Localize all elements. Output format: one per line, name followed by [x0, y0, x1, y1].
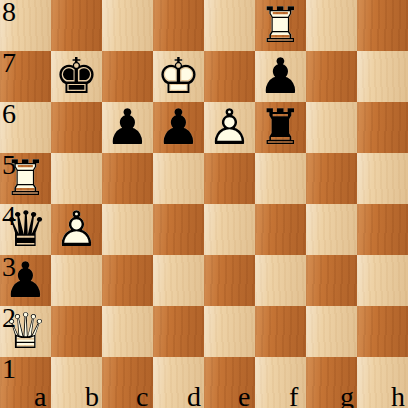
- white-rook-outline-glyph: ♖: [255, 0, 306, 51]
- square-f8[interactable]: ♜♖: [255, 0, 306, 51]
- piece-black-pawn[interactable]: ♟: [102, 102, 153, 153]
- square-e2[interactable]: [204, 306, 255, 357]
- square-d2[interactable]: [153, 306, 204, 357]
- square-a5[interactable]: ♜♖: [0, 153, 51, 204]
- square-c2[interactable]: [102, 306, 153, 357]
- square-h6[interactable]: [357, 102, 408, 153]
- square-d4[interactable]: [153, 204, 204, 255]
- square-g6[interactable]: [306, 102, 357, 153]
- piece-black-pawn[interactable]: ♟: [153, 102, 204, 153]
- piece-white-pawn[interactable]: ♟♙: [51, 204, 102, 255]
- square-a7[interactable]: [0, 51, 51, 102]
- square-c4[interactable]: [102, 204, 153, 255]
- square-b5[interactable]: [51, 153, 102, 204]
- piece-black-pawn[interactable]: ♟: [0, 255, 51, 306]
- piece-black-rook[interactable]: ♜: [255, 102, 306, 153]
- square-g1[interactable]: [306, 357, 357, 408]
- square-e3[interactable]: [204, 255, 255, 306]
- square-a8[interactable]: [0, 0, 51, 51]
- white-queen-outline-glyph: ♕: [0, 306, 51, 357]
- square-e8[interactable]: [204, 0, 255, 51]
- square-f1[interactable]: [255, 357, 306, 408]
- square-e1[interactable]: [204, 357, 255, 408]
- white-pawn-outline-glyph: ♙: [51, 204, 102, 255]
- square-a6[interactable]: [0, 102, 51, 153]
- square-g8[interactable]: [306, 0, 357, 51]
- square-b4[interactable]: ♟♙: [51, 204, 102, 255]
- square-c8[interactable]: [102, 0, 153, 51]
- square-b3[interactable]: [51, 255, 102, 306]
- white-king-outline-glyph: ♔: [153, 51, 204, 102]
- square-g5[interactable]: [306, 153, 357, 204]
- square-f2[interactable]: [255, 306, 306, 357]
- square-f4[interactable]: [255, 204, 306, 255]
- square-f5[interactable]: [255, 153, 306, 204]
- square-f6[interactable]: ♜: [255, 102, 306, 153]
- square-g2[interactable]: [306, 306, 357, 357]
- square-h8[interactable]: [357, 0, 408, 51]
- square-a2[interactable]: ♛♕: [0, 306, 51, 357]
- square-b1[interactable]: [51, 357, 102, 408]
- square-d7[interactable]: ♚♔: [153, 51, 204, 102]
- square-h2[interactable]: [357, 306, 408, 357]
- square-d8[interactable]: [153, 0, 204, 51]
- square-h5[interactable]: [357, 153, 408, 204]
- square-g3[interactable]: [306, 255, 357, 306]
- square-b7[interactable]: ♚: [51, 51, 102, 102]
- square-e4[interactable]: [204, 204, 255, 255]
- square-a1[interactable]: [0, 357, 51, 408]
- white-pawn-outline-glyph: ♙: [204, 102, 255, 153]
- square-d6[interactable]: ♟: [153, 102, 204, 153]
- square-d3[interactable]: [153, 255, 204, 306]
- square-h4[interactable]: [357, 204, 408, 255]
- square-b2[interactable]: [51, 306, 102, 357]
- square-e5[interactable]: [204, 153, 255, 204]
- square-e7[interactable]: [204, 51, 255, 102]
- white-rook-outline-glyph: ♖: [0, 153, 51, 204]
- chess-board: ♜♖♚♚♔♟♟♟♟♙♜♜♖♛♟♙♟♛♕ 87654321abcdefgh: [0, 0, 408, 408]
- square-c1[interactable]: [102, 357, 153, 408]
- piece-white-rook[interactable]: ♜♖: [255, 0, 306, 51]
- piece-black-queen[interactable]: ♛: [0, 204, 51, 255]
- square-g7[interactable]: [306, 51, 357, 102]
- piece-white-pawn[interactable]: ♟♙: [204, 102, 255, 153]
- square-d5[interactable]: [153, 153, 204, 204]
- piece-white-queen[interactable]: ♛♕: [0, 306, 51, 357]
- piece-black-king[interactable]: ♚: [51, 51, 102, 102]
- square-f7[interactable]: ♟: [255, 51, 306, 102]
- square-h3[interactable]: [357, 255, 408, 306]
- square-d1[interactable]: [153, 357, 204, 408]
- board-grid: ♜♖♚♚♔♟♟♟♟♙♜♜♖♛♟♙♟♛♕: [0, 0, 408, 408]
- square-g4[interactable]: [306, 204, 357, 255]
- square-c6[interactable]: ♟: [102, 102, 153, 153]
- square-c5[interactable]: [102, 153, 153, 204]
- square-a4[interactable]: ♛: [0, 204, 51, 255]
- square-h1[interactable]: [357, 357, 408, 408]
- square-e6[interactable]: ♟♙: [204, 102, 255, 153]
- square-a3[interactable]: ♟: [0, 255, 51, 306]
- square-b6[interactable]: [51, 102, 102, 153]
- piece-black-pawn[interactable]: ♟: [255, 51, 306, 102]
- piece-white-rook[interactable]: ♜♖: [0, 153, 51, 204]
- square-c3[interactable]: [102, 255, 153, 306]
- square-f3[interactable]: [255, 255, 306, 306]
- square-c7[interactable]: [102, 51, 153, 102]
- square-h7[interactable]: [357, 51, 408, 102]
- square-b8[interactable]: [51, 0, 102, 51]
- piece-white-king[interactable]: ♚♔: [153, 51, 204, 102]
